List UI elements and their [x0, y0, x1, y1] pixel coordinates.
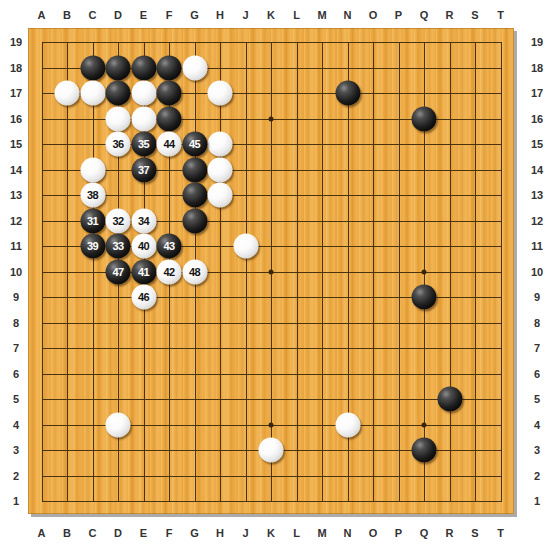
coord-label-right-14: 14 — [531, 164, 543, 176]
coord-label-top-F: F — [166, 9, 173, 21]
black-stone-F16[interactable] — [157, 106, 182, 131]
black-stone-F11[interactable]: 43 — [157, 234, 182, 259]
white-stone-E17[interactable] — [131, 81, 156, 106]
grid-line-vertical-T — [501, 42, 502, 502]
coord-label-left-10: 10 — [10, 266, 22, 278]
coord-label-left-6: 6 — [13, 368, 19, 380]
white-stone-G18[interactable] — [182, 55, 207, 80]
coord-label-right-16: 16 — [531, 113, 543, 125]
coord-label-left-9: 9 — [13, 291, 19, 303]
white-stone-F15[interactable]: 44 — [157, 132, 182, 157]
coord-label-left-4: 4 — [13, 419, 19, 431]
coord-label-right-3: 3 — [534, 444, 540, 456]
white-stone-B17[interactable] — [55, 81, 80, 106]
white-stone-D4[interactable] — [106, 412, 131, 437]
coord-label-top-A: A — [38, 9, 46, 21]
coord-label-right-5: 5 — [534, 393, 540, 405]
coord-label-bottom-Q: Q — [420, 527, 429, 539]
white-stone-C13[interactable]: 38 — [80, 183, 105, 208]
stone-move-number: 42 — [163, 259, 174, 284]
coord-label-left-18: 18 — [10, 62, 22, 74]
coord-label-left-1: 1 — [13, 495, 19, 507]
star-point-Q10 — [422, 269, 427, 274]
black-stone-Q9[interactable] — [412, 285, 437, 310]
white-stone-H15[interactable] — [208, 132, 233, 157]
grid-line-horizontal-7 — [42, 348, 502, 349]
coord-label-left-15: 15 — [10, 138, 22, 150]
black-stone-C18[interactable] — [80, 55, 105, 80]
coord-label-bottom-O: O — [369, 527, 378, 539]
coord-label-bottom-T: T — [497, 527, 504, 539]
white-stone-K3[interactable] — [259, 438, 284, 463]
white-stone-N4[interactable] — [335, 412, 360, 437]
go-board[interactable]: 353644453738313234393340434741424846 — [28, 28, 514, 514]
black-stone-F17[interactable] — [157, 81, 182, 106]
stone-move-number: 39 — [87, 234, 98, 259]
coord-label-top-J: J — [242, 9, 248, 21]
coord-label-bottom-B: B — [63, 527, 71, 539]
black-stone-F18[interactable] — [157, 55, 182, 80]
coord-label-bottom-H: H — [216, 527, 224, 539]
coord-label-top-B: B — [63, 9, 71, 21]
coord-label-right-9: 9 — [534, 291, 540, 303]
grid-line-horizontal-6 — [42, 374, 502, 375]
coord-label-top-Q: Q — [420, 9, 429, 21]
black-stone-D18[interactable] — [106, 55, 131, 80]
coord-label-left-19: 19 — [10, 36, 22, 48]
stone-move-number: 46 — [138, 285, 149, 310]
coord-label-top-D: D — [114, 9, 122, 21]
black-stone-D11[interactable]: 33 — [106, 234, 131, 259]
coord-label-left-8: 8 — [13, 317, 19, 329]
stone-move-number: 37 — [138, 157, 149, 182]
black-stone-Q16[interactable] — [412, 106, 437, 131]
coord-label-right-15: 15 — [531, 138, 543, 150]
coord-label-right-18: 18 — [531, 62, 543, 74]
coord-label-left-3: 3 — [13, 444, 19, 456]
grid-line-horizontal-2 — [42, 476, 502, 477]
coord-label-right-8: 8 — [534, 317, 540, 329]
black-stone-C11[interactable]: 39 — [80, 234, 105, 259]
black-stone-E10[interactable]: 41 — [131, 259, 156, 284]
coord-label-right-11: 11 — [531, 240, 543, 252]
stone-move-number: 45 — [189, 132, 200, 157]
coord-label-bottom-G: G — [190, 527, 199, 539]
coord-label-right-13: 13 — [531, 189, 543, 201]
coord-label-top-E: E — [140, 9, 147, 21]
coord-label-bottom-F: F — [166, 527, 173, 539]
black-stone-E15[interactable]: 35 — [131, 132, 156, 157]
coord-label-right-10: 10 — [531, 266, 543, 278]
black-stone-N17[interactable] — [335, 81, 360, 106]
stone-move-number: 47 — [112, 259, 123, 284]
stone-move-number: 44 — [163, 132, 174, 157]
coord-label-bottom-C: C — [89, 527, 97, 539]
coord-label-left-13: 13 — [10, 189, 22, 201]
white-stone-H17[interactable] — [208, 81, 233, 106]
coord-label-bottom-K: K — [267, 527, 275, 539]
star-point-K16 — [269, 116, 274, 121]
black-stone-C12[interactable]: 31 — [80, 208, 105, 233]
coord-label-left-12: 12 — [10, 215, 22, 227]
black-stone-G12[interactable] — [182, 208, 207, 233]
white-stone-D16[interactable] — [106, 106, 131, 131]
coord-label-right-1: 1 — [534, 495, 540, 507]
coord-label-left-2: 2 — [13, 470, 19, 482]
coord-label-left-11: 11 — [10, 240, 22, 252]
stone-move-number: 38 — [87, 183, 98, 208]
white-stone-C14[interactable] — [80, 157, 105, 182]
coord-label-left-7: 7 — [13, 342, 19, 354]
coord-label-top-T: T — [497, 9, 504, 21]
coord-label-bottom-A: A — [38, 527, 46, 539]
coord-label-right-12: 12 — [531, 215, 543, 227]
coord-label-right-19: 19 — [531, 36, 543, 48]
stone-move-number: 34 — [138, 208, 149, 233]
coord-label-top-N: N — [344, 9, 352, 21]
coord-label-bottom-P: P — [395, 527, 402, 539]
coord-label-top-P: P — [395, 9, 402, 21]
black-stone-D10[interactable]: 47 — [106, 259, 131, 284]
black-stone-G15[interactable]: 45 — [182, 132, 207, 157]
coord-label-bottom-S: S — [471, 527, 478, 539]
stone-move-number: 40 — [138, 234, 149, 259]
coord-label-right-6: 6 — [534, 368, 540, 380]
black-stone-D17[interactable] — [106, 81, 131, 106]
stone-move-number: 35 — [138, 132, 149, 157]
white-stone-D15[interactable]: 36 — [106, 132, 131, 157]
star-point-Q4 — [422, 422, 427, 427]
stone-move-number: 36 — [112, 132, 123, 157]
grid-line-vertical-L — [297, 42, 298, 502]
coord-label-top-K: K — [267, 9, 275, 21]
grid-line-horizontal-1 — [42, 501, 502, 502]
white-stone-C17[interactable] — [80, 81, 105, 106]
coord-label-top-C: C — [89, 9, 97, 21]
stone-move-number: 48 — [189, 259, 200, 284]
go-diagram-page: 353644453738313234393340434741424846 AAB… — [0, 0, 550, 550]
coord-label-top-O: O — [369, 9, 378, 21]
grid-line-vertical-P — [399, 42, 400, 502]
star-point-K4 — [269, 422, 274, 427]
coord-label-top-H: H — [216, 9, 224, 21]
coord-label-left-5: 5 — [13, 393, 19, 405]
grid-line-vertical-O — [373, 42, 374, 502]
coord-label-bottom-D: D — [114, 527, 122, 539]
coord-label-top-R: R — [446, 9, 454, 21]
board-grid: 353644453738313234393340434741424846 — [42, 42, 501, 501]
grid-line-vertical-S — [475, 42, 476, 502]
white-stone-E9[interactable]: 46 — [131, 285, 156, 310]
grid-line-horizontal-5 — [42, 399, 502, 400]
black-stone-G13[interactable] — [182, 183, 207, 208]
coord-label-bottom-L: L — [293, 527, 300, 539]
white-stone-D12[interactable]: 32 — [106, 208, 131, 233]
black-stone-G14[interactable] — [182, 157, 207, 182]
coord-label-right-17: 17 — [531, 87, 543, 99]
stone-move-number: 41 — [138, 259, 149, 284]
stone-move-number: 43 — [163, 234, 174, 259]
white-stone-J11[interactable] — [233, 234, 258, 259]
coord-label-bottom-N: N — [344, 527, 352, 539]
stone-move-number: 33 — [112, 234, 123, 259]
star-point-K10 — [269, 269, 274, 274]
black-stone-Q3[interactable] — [412, 438, 437, 463]
white-stone-E11[interactable]: 40 — [131, 234, 156, 259]
black-stone-E18[interactable] — [131, 55, 156, 80]
white-stone-H14[interactable] — [208, 157, 233, 182]
coord-label-left-16: 16 — [10, 113, 22, 125]
grid-line-horizontal-8 — [42, 323, 502, 324]
coord-label-bottom-M: M — [317, 527, 326, 539]
stone-move-number: 32 — [112, 208, 123, 233]
white-stone-H13[interactable] — [208, 183, 233, 208]
stone-move-number: 31 — [87, 208, 98, 233]
coord-label-right-2: 2 — [534, 470, 540, 482]
black-stone-E14[interactable]: 37 — [131, 157, 156, 182]
coord-label-top-G: G — [190, 9, 199, 21]
coord-label-right-7: 7 — [534, 342, 540, 354]
grid-line-vertical-R — [450, 42, 451, 502]
white-stone-E12[interactable]: 34 — [131, 208, 156, 233]
coord-label-top-M: M — [317, 9, 326, 21]
coord-label-left-14: 14 — [10, 164, 22, 176]
white-stone-G10[interactable]: 48 — [182, 259, 207, 284]
coord-label-left-17: 17 — [10, 87, 22, 99]
white-stone-E16[interactable] — [131, 106, 156, 131]
black-stone-R5[interactable] — [437, 387, 462, 412]
coord-label-bottom-E: E — [140, 527, 147, 539]
coord-label-bottom-R: R — [446, 527, 454, 539]
coord-label-right-4: 4 — [534, 419, 540, 431]
coord-label-top-S: S — [471, 9, 478, 21]
coord-label-bottom-J: J — [242, 527, 248, 539]
coord-label-top-L: L — [293, 9, 300, 21]
grid-line-vertical-M — [322, 42, 323, 502]
white-stone-F10[interactable]: 42 — [157, 259, 182, 284]
